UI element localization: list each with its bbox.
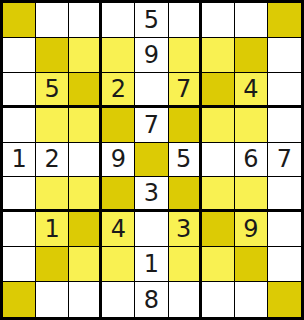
given-digit: 1 [144, 252, 159, 276]
cell-r3c6[interactable]: 7 [169, 73, 202, 108]
cell-r3c9[interactable] [268, 73, 301, 108]
cell-r5c8[interactable]: 6 [235, 143, 268, 178]
cell-r1c3[interactable] [69, 3, 102, 38]
cell-r8c9[interactable] [268, 247, 301, 282]
cell-r8c4[interactable] [102, 247, 135, 282]
cell-r2c8[interactable] [235, 38, 268, 73]
cell-r6c8[interactable] [235, 177, 268, 212]
given-digit: 7 [277, 147, 292, 171]
cell-r4c7[interactable] [202, 108, 235, 143]
cell-r1c9[interactable] [268, 3, 301, 38]
cell-r7c9[interactable] [268, 212, 301, 247]
cell-r5c1[interactable]: 1 [3, 143, 36, 178]
cell-r5c3[interactable] [69, 143, 102, 178]
cell-r5c9[interactable]: 7 [268, 143, 301, 178]
cell-r4c2[interactable] [36, 108, 69, 143]
cell-r9c8[interactable] [235, 282, 268, 317]
cell-r2c2[interactable] [36, 38, 69, 73]
cell-r8c5[interactable]: 1 [135, 247, 168, 282]
cell-r5c5[interactable] [135, 143, 168, 178]
cell-r1c1[interactable] [3, 3, 36, 38]
cell-r4c8[interactable] [235, 108, 268, 143]
given-digit: 6 [243, 147, 258, 171]
cell-r9c1[interactable] [3, 282, 36, 317]
cell-r8c8[interactable] [235, 247, 268, 282]
cell-r8c2[interactable] [36, 247, 69, 282]
cell-r6c5[interactable]: 3 [135, 177, 168, 212]
given-digit: 5 [144, 8, 159, 32]
cell-r9c7[interactable] [202, 282, 235, 317]
cell-r6c1[interactable] [3, 177, 36, 212]
cell-r7c6[interactable]: 3 [169, 212, 202, 247]
cell-r4c4[interactable] [102, 108, 135, 143]
cell-r6c7[interactable] [202, 177, 235, 212]
cell-r7c8[interactable]: 9 [235, 212, 268, 247]
cell-r1c4[interactable] [102, 3, 135, 38]
cell-r9c4[interactable] [102, 282, 135, 317]
cell-r7c3[interactable] [69, 212, 102, 247]
cell-r4c1[interactable] [3, 108, 36, 143]
cell-r4c6[interactable] [169, 108, 202, 143]
cell-r6c3[interactable] [69, 177, 102, 212]
cell-r9c3[interactable] [69, 282, 102, 317]
cell-r8c3[interactable] [69, 247, 102, 282]
cell-r6c6[interactable] [169, 177, 202, 212]
cell-r7c7[interactable] [202, 212, 235, 247]
cell-r2c3[interactable] [69, 38, 102, 73]
cell-r1c8[interactable] [235, 3, 268, 38]
cell-r3c2[interactable]: 5 [36, 73, 69, 108]
cell-r3c7[interactable] [202, 73, 235, 108]
given-digit: 5 [45, 77, 60, 101]
cell-r6c4[interactable] [102, 177, 135, 212]
cell-r2c9[interactable] [268, 38, 301, 73]
cell-r2c7[interactable] [202, 38, 235, 73]
cell-r3c4[interactable]: 2 [102, 73, 135, 108]
given-digit: 4 [243, 77, 258, 101]
cell-r1c2[interactable] [36, 3, 69, 38]
cell-r4c5[interactable]: 7 [135, 108, 168, 143]
given-digit: 9 [243, 217, 258, 241]
cell-r6c2[interactable] [36, 177, 69, 212]
cell-r7c5[interactable] [135, 212, 168, 247]
cell-r8c1[interactable] [3, 247, 36, 282]
cell-r3c3[interactable] [69, 73, 102, 108]
cell-r9c6[interactable] [169, 282, 202, 317]
cell-r4c9[interactable] [268, 108, 301, 143]
cell-r5c2[interactable]: 2 [36, 143, 69, 178]
cell-r2c4[interactable] [102, 38, 135, 73]
sudoku-board: 59527471295673143918 [0, 0, 304, 320]
given-digit: 1 [45, 217, 60, 241]
given-digit: 8 [144, 288, 159, 312]
cell-r2c1[interactable] [3, 38, 36, 73]
cell-r5c7[interactable] [202, 143, 235, 178]
cell-r7c2[interactable]: 1 [36, 212, 69, 247]
cell-r2c5[interactable]: 9 [135, 38, 168, 73]
cell-r2c6[interactable] [169, 38, 202, 73]
given-digit: 5 [176, 147, 191, 171]
cell-r1c6[interactable] [169, 3, 202, 38]
given-digit: 4 [111, 217, 126, 241]
cell-r9c5[interactable]: 8 [135, 282, 168, 317]
cell-r3c8[interactable]: 4 [235, 73, 268, 108]
cell-r7c4[interactable]: 4 [102, 212, 135, 247]
given-digit: 9 [144, 43, 159, 67]
cell-r3c5[interactable] [135, 73, 168, 108]
given-digit: 2 [111, 77, 126, 101]
cell-r8c7[interactable] [202, 247, 235, 282]
given-digit: 3 [176, 217, 191, 241]
cell-r6c9[interactable] [268, 177, 301, 212]
cell-r1c7[interactable] [202, 3, 235, 38]
cell-r9c2[interactable] [36, 282, 69, 317]
given-digit: 7 [176, 77, 191, 101]
given-digit: 1 [11, 147, 26, 171]
cell-r5c6[interactable]: 5 [169, 143, 202, 178]
given-digit: 3 [144, 181, 159, 205]
given-digit: 2 [45, 147, 60, 171]
given-digit: 9 [111, 147, 126, 171]
cell-r8c6[interactable] [169, 247, 202, 282]
given-digit: 7 [144, 113, 159, 137]
cell-r3c1[interactable] [3, 73, 36, 108]
cell-r1c5[interactable]: 5 [135, 3, 168, 38]
cell-r9c9[interactable] [268, 282, 301, 317]
cell-r5c4[interactable]: 9 [102, 143, 135, 178]
cell-r4c3[interactable] [69, 108, 102, 143]
cell-r7c1[interactable] [3, 212, 36, 247]
